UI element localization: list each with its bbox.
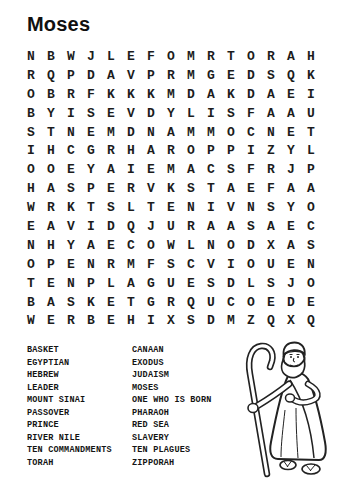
grid-cell: S: [161, 255, 181, 274]
grid-cell: H: [301, 47, 321, 66]
grid-cell: U: [261, 255, 281, 274]
grid-cell: M: [101, 123, 121, 142]
grid-cell: A: [281, 179, 301, 198]
grid-cell: D: [101, 217, 121, 236]
grid-cell: X: [261, 236, 281, 255]
grid-cell: W: [161, 236, 181, 255]
word-item: SLAVERY: [132, 432, 212, 445]
grid-cell: Q: [281, 66, 301, 85]
puzzle-title: Moses: [27, 13, 90, 36]
grid-cell: I: [61, 104, 81, 123]
grid-cell: L: [101, 47, 121, 66]
grid-cell: A: [281, 47, 301, 66]
grid-cell: R: [41, 198, 61, 217]
grid-cell: R: [181, 217, 201, 236]
word-item: LEADER: [27, 382, 132, 395]
grid-cell: N: [141, 123, 161, 142]
grid-cell: N: [21, 47, 41, 66]
grid-cell: G: [141, 274, 161, 293]
grid-cell: K: [61, 198, 81, 217]
word-item: RIVER NILE: [27, 432, 132, 445]
grid-cell: C: [201, 160, 221, 179]
grid-cell: T: [41, 123, 61, 142]
grid-cell: Y: [81, 160, 101, 179]
grid-cell: F: [261, 179, 281, 198]
grid-cell: N: [61, 274, 81, 293]
word-item: JUDAISM: [132, 369, 212, 382]
grid-cell: A: [201, 217, 221, 236]
grid-cell: I: [141, 311, 161, 330]
grid-cell: A: [301, 179, 321, 198]
grid-cell: L: [301, 141, 321, 160]
grid-cell: K: [141, 85, 161, 104]
grid-cell: P: [301, 160, 321, 179]
grid-cell: S: [61, 293, 81, 312]
grid-cell: E: [281, 123, 301, 142]
grid-cell: G: [81, 141, 101, 160]
word-item: EXODUS: [132, 357, 212, 370]
grid-cell: T: [21, 274, 41, 293]
grid-cell: I: [201, 198, 221, 217]
worksheet-page: Moses NBWJLEFOMRTORAHRQPDAVPRMGEDSQKOBRF…: [0, 0, 353, 500]
word-item: PHARAOH: [132, 407, 212, 420]
grid-cell: M: [161, 85, 181, 104]
grid-cell: Q: [121, 217, 141, 236]
word-item: TORAH: [27, 457, 132, 470]
grid-cell: I: [301, 85, 321, 104]
grid-cell: C: [121, 236, 141, 255]
grid-cell: S: [261, 198, 281, 217]
grid-cell: I: [241, 141, 261, 160]
grid-cell: P: [81, 274, 101, 293]
grid-cell: E: [261, 293, 281, 312]
grid-cell: A: [261, 104, 281, 123]
grid-cell: G: [141, 293, 161, 312]
grid-cell: U: [161, 274, 181, 293]
grid-cell: E: [101, 104, 121, 123]
grid-cell: C: [181, 255, 201, 274]
grid-cell: U: [161, 217, 181, 236]
grid-cell: F: [141, 47, 161, 66]
grid-cell: E: [41, 311, 61, 330]
grid-cell: R: [261, 47, 281, 66]
grid-cell: I: [121, 160, 141, 179]
grid-cell: S: [181, 179, 201, 198]
moses-illustration: [233, 338, 353, 498]
grid-cell: B: [41, 47, 61, 66]
grid-cell: H: [21, 179, 41, 198]
grid-cell: N: [81, 255, 101, 274]
grid-cell: M: [181, 47, 201, 66]
grid-cell: D: [281, 293, 301, 312]
grid-cell: N: [21, 236, 41, 255]
grid-cell: K: [301, 66, 321, 85]
word-item: EGYPTIAN: [27, 357, 132, 370]
grid-cell: L: [241, 274, 261, 293]
grid-cell: O: [141, 236, 161, 255]
grid-cell: W: [21, 311, 41, 330]
grid-cell: H: [41, 236, 61, 255]
grid-cell: E: [181, 274, 201, 293]
word-item: TEN PLAGUES: [132, 444, 212, 457]
grid-cell: R: [61, 311, 81, 330]
grid-cell: M: [181, 123, 201, 142]
grid-cell: O: [181, 141, 201, 160]
grid-cell: K: [121, 85, 141, 104]
grid-cell: R: [201, 47, 221, 66]
grid-cell: O: [221, 123, 241, 142]
word-list-left: BASKETEGYPTIANHEBREWLEADERMOUNT SINAIPAS…: [27, 344, 132, 469]
grid-cell: T: [141, 198, 161, 217]
grid-cell: D: [141, 104, 161, 123]
grid-cell: A: [161, 123, 181, 142]
grid-cell: S: [61, 179, 81, 198]
grid-cell: R: [101, 141, 121, 160]
grid-cell: C: [301, 217, 321, 236]
grid-cell: D: [121, 123, 141, 142]
grid-cell: V: [121, 66, 141, 85]
word-list: BASKETEGYPTIANHEBREWLEADERMOUNT SINAIPAS…: [27, 344, 212, 469]
grid-cell: Q: [41, 66, 61, 85]
grid-cell: S: [241, 217, 261, 236]
grid-cell: Y: [281, 198, 301, 217]
grid-cell: P: [81, 179, 101, 198]
grid-cell: I: [221, 255, 241, 274]
grid-cell: J: [281, 274, 301, 293]
grid-cell: D: [81, 66, 101, 85]
grid-cell: O: [301, 274, 321, 293]
grid-cell: I: [201, 104, 221, 123]
grid-cell: D: [241, 85, 261, 104]
grid-cell: N: [201, 236, 221, 255]
grid-cell: O: [301, 198, 321, 217]
word-item: PRINCE: [27, 419, 132, 432]
word-list-right: CANAANEXODUSJUDAISMMOSESONE WHO IS BORNP…: [132, 344, 212, 469]
grid-cell: K: [101, 85, 121, 104]
word-item: BASKET: [27, 344, 132, 357]
grid-cell: S: [21, 123, 41, 142]
grid-cell: L: [181, 104, 201, 123]
grid-cell: A: [101, 66, 121, 85]
grid-cell: O: [41, 160, 61, 179]
grid-cell: Z: [241, 311, 261, 330]
moses-head: [282, 343, 305, 378]
grid-cell: Y: [61, 236, 81, 255]
grid-cell: F: [141, 255, 161, 274]
grid-cell: B: [41, 85, 61, 104]
grid-cell: E: [101, 179, 121, 198]
grid-cell: R: [261, 160, 281, 179]
grid-cell: E: [101, 236, 121, 255]
grid-cell: S: [301, 236, 321, 255]
grid-cell: N: [301, 255, 321, 274]
grid-cell: O: [161, 47, 181, 66]
grid-cell: H: [41, 141, 61, 160]
grid-cell: L: [101, 274, 121, 293]
grid-cell: A: [281, 236, 301, 255]
grid-cell: S: [101, 198, 121, 217]
grid-cell: E: [141, 160, 161, 179]
grid-cell: R: [61, 85, 81, 104]
grid-cell: E: [301, 293, 321, 312]
moses-feet: [280, 461, 320, 475]
grid-cell: W: [61, 47, 81, 66]
grid-cell: S: [221, 104, 241, 123]
grid-cell: K: [81, 293, 101, 312]
grid-cell: C: [221, 293, 241, 312]
word-item: PASSOVER: [27, 407, 132, 420]
grid-cell: E: [41, 274, 61, 293]
grid-cell: N: [261, 123, 281, 142]
grid-cell: G: [201, 66, 221, 85]
grid-cell: D: [221, 274, 241, 293]
grid-cell: V: [61, 217, 81, 236]
grid-cell: Q: [181, 293, 201, 312]
grid-cell: T: [301, 123, 321, 142]
grid-cell: M: [161, 160, 181, 179]
grid-cell: R: [161, 293, 181, 312]
grid-cell: E: [101, 293, 121, 312]
grid-cell: X: [281, 311, 301, 330]
grid-cell: A: [41, 293, 61, 312]
grid-cell: A: [261, 85, 281, 104]
grid-cell: E: [61, 160, 81, 179]
grid-cell: K: [161, 179, 181, 198]
grid-cell: E: [81, 123, 101, 142]
grid-cell: O: [241, 255, 261, 274]
grid-cell: U: [301, 104, 321, 123]
grid-cell: A: [221, 179, 241, 198]
grid-cell: K: [221, 85, 241, 104]
grid-cell: D: [241, 66, 261, 85]
grid-cell: F: [241, 104, 261, 123]
grid-cell: Q: [301, 311, 321, 330]
grid-cell: R: [121, 179, 141, 198]
grid-cell: N: [61, 123, 81, 142]
grid-cell: S: [181, 311, 201, 330]
grid-cell: O: [241, 47, 261, 66]
word-item: MOSES: [132, 382, 212, 395]
grid-cell: J: [281, 160, 301, 179]
grid-cell: R: [101, 255, 121, 274]
grid-cell: P: [201, 141, 221, 160]
grid-cell: E: [101, 311, 121, 330]
grid-cell: V: [141, 179, 161, 198]
grid-cell: N: [181, 198, 201, 217]
grid-cell: E: [241, 179, 261, 198]
grid-cell: O: [221, 236, 241, 255]
grid-cell: A: [101, 160, 121, 179]
grid-cell: H: [121, 141, 141, 160]
grid-cell: V: [201, 255, 221, 274]
grid-cell: A: [201, 85, 221, 104]
grid-cell: L: [181, 236, 201, 255]
word-item: RED SEA: [132, 419, 212, 432]
grid-cell: O: [241, 293, 261, 312]
word-item: TEN COMMANDMENTS: [27, 444, 132, 457]
grid-cell: R: [21, 66, 41, 85]
grid-cell: A: [81, 236, 101, 255]
grid-cell: S: [201, 274, 221, 293]
word-item: MOUNT SINAI: [27, 394, 132, 407]
grid-cell: I: [21, 141, 41, 160]
grid-cell: Z: [261, 141, 281, 160]
grid-cell: D: [181, 85, 201, 104]
grid-cell: A: [221, 217, 241, 236]
grid-cell: B: [81, 311, 101, 330]
grid-cell: V: [121, 104, 141, 123]
grid-cell: Q: [261, 311, 281, 330]
grid-cell: L: [121, 198, 141, 217]
grid-cell: J: [81, 47, 101, 66]
grid-cell: X: [161, 311, 181, 330]
grid-cell: M: [121, 255, 141, 274]
grid-cell: T: [221, 47, 241, 66]
grid-cell: A: [41, 179, 61, 198]
grid-cell: R: [161, 141, 181, 160]
grid-cell: Y: [41, 104, 61, 123]
grid-cell: O: [21, 255, 41, 274]
grid-cell: Y: [161, 104, 181, 123]
grid-cell: Y: [281, 141, 301, 160]
grid-cell: P: [141, 66, 161, 85]
grid-cell: E: [61, 255, 81, 274]
grid-cell: A: [41, 217, 61, 236]
grid-cell: A: [261, 217, 281, 236]
moses-body: [270, 373, 325, 460]
grid-cell: W: [21, 198, 41, 217]
grid-cell: A: [181, 160, 201, 179]
grid-cell: E: [121, 47, 141, 66]
grid-cell: A: [281, 104, 301, 123]
word-search-grid: NBWJLEFOMRTORAHRQPDAVPRMGEDSQKOBRFKKKMDA…: [21, 47, 321, 330]
grid-cell: S: [221, 160, 241, 179]
grid-cell: A: [121, 274, 141, 293]
word-item: CANAAN: [132, 344, 212, 357]
grid-cell: R: [161, 66, 181, 85]
grid-cell: P: [61, 66, 81, 85]
grid-cell: D: [201, 311, 221, 330]
grid-cell: O: [21, 160, 41, 179]
grid-cell: I: [81, 217, 101, 236]
grid-cell: N: [241, 198, 261, 217]
grid-cell: F: [81, 85, 101, 104]
grid-cell: T: [201, 179, 221, 198]
grid-cell: T: [121, 293, 141, 312]
grid-cell: E: [281, 85, 301, 104]
grid-cell: J: [141, 217, 161, 236]
grid-cell: S: [261, 66, 281, 85]
grid-cell: B: [21, 293, 41, 312]
grid-cell: E: [21, 217, 41, 236]
word-item: ZIPPORAH: [132, 457, 212, 470]
grid-cell: D: [241, 236, 261, 255]
grid-cell: E: [161, 198, 181, 217]
grid-cell: V: [221, 198, 241, 217]
grid-cell: U: [201, 293, 221, 312]
grid-cell: H: [121, 311, 141, 330]
grid-cell: M: [221, 311, 241, 330]
grid-cell: M: [181, 66, 201, 85]
grid-cell: T: [81, 198, 101, 217]
grid-cell: S: [81, 104, 101, 123]
grid-cell: E: [281, 217, 301, 236]
grid-cell: M: [201, 123, 221, 142]
grid-cell: E: [281, 255, 301, 274]
grid-cell: O: [21, 85, 41, 104]
grid-cell: E: [221, 66, 241, 85]
grid-cell: P: [221, 141, 241, 160]
word-item: ONE WHO IS BORN: [132, 394, 212, 407]
grid-cell: C: [241, 123, 261, 142]
grid-cell: C: [61, 141, 81, 160]
grid-cell: F: [241, 160, 261, 179]
grid-cell: A: [141, 141, 161, 160]
word-item: HEBREW: [27, 369, 132, 382]
grid-cell: B: [21, 104, 41, 123]
grid-cell: S: [261, 274, 281, 293]
grid-cell: P: [41, 255, 61, 274]
